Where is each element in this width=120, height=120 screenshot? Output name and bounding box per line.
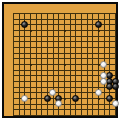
star-point — [98, 98, 100, 100]
white-stone-R10[interactable] — [100, 61, 107, 68]
star-point — [30, 98, 32, 100]
black-stone-G4[interactable] — [44, 95, 51, 102]
black-stone-M4[interactable] — [72, 95, 79, 102]
white-stone-H5[interactable] — [49, 89, 56, 96]
star-point — [98, 30, 100, 32]
white-stone-C4[interactable] — [21, 95, 28, 102]
white-stone-J3[interactable] — [55, 100, 62, 107]
grid-hline — [13, 70, 116, 71]
go-board[interactable] — [2, 2, 118, 118]
grid-hline — [13, 104, 116, 105]
star-point — [30, 30, 32, 32]
grid-vline — [92, 13, 93, 116]
black-stone-C17[interactable] — [21, 21, 28, 28]
star-point — [64, 64, 66, 66]
grid-hline — [13, 115, 116, 116]
star-point — [30, 64, 32, 66]
grid-vline — [87, 13, 88, 116]
grid-vline — [81, 13, 82, 116]
white-stone-T3[interactable] — [112, 100, 119, 107]
star-point — [64, 30, 66, 32]
white-stone-R7[interactable] — [100, 78, 107, 85]
grid-hline — [13, 109, 116, 110]
grid-vline — [70, 13, 71, 116]
black-stone-Q17[interactable] — [95, 21, 102, 28]
star-point — [64, 98, 66, 100]
grid-lines — [13, 13, 116, 116]
white-stone-Q5[interactable] — [95, 89, 102, 96]
black-stone-T6[interactable] — [112, 83, 119, 90]
grid-hline — [13, 87, 116, 88]
